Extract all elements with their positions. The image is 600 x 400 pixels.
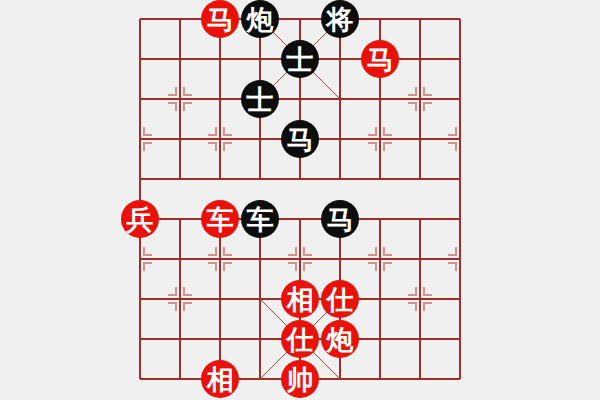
app-background: 马炮将士马士马兵车车马相仕仕炮相帅 [0, 0, 600, 400]
piece-black-chariot[interactable]: 车 [241, 200, 279, 238]
piece-red-chariot[interactable]: 车 [201, 200, 239, 238]
piece-black-horse[interactable]: 马 [321, 200, 359, 238]
piece-red-elephant[interactable]: 相 [281, 280, 319, 318]
piece-black-general[interactable]: 将 [321, 0, 359, 38]
piece-red-cannon[interactable]: 炮 [321, 320, 359, 358]
piece-red-advisor[interactable]: 仕 [281, 320, 319, 358]
piece-red-elephant[interactable]: 相 [201, 360, 239, 398]
xiangqi-board: 马炮将士马士马兵车车马相仕仕炮相帅 [120, 0, 480, 399]
piece-black-cannon[interactable]: 炮 [241, 0, 279, 38]
piece-red-horse[interactable]: 马 [361, 40, 399, 78]
piece-black-advisor[interactable]: 士 [281, 40, 319, 78]
piece-black-horse[interactable]: 马 [281, 120, 319, 158]
piece-red-king[interactable]: 帅 [281, 360, 319, 398]
piece-red-advisor[interactable]: 仕 [321, 280, 359, 318]
piece-red-soldier[interactable]: 兵 [121, 200, 159, 238]
piece-black-advisor[interactable]: 士 [241, 80, 279, 118]
pieces-layer: 马炮将士马士马兵车车马相仕仕炮相帅 [120, 0, 480, 399]
piece-red-horse[interactable]: 马 [201, 0, 239, 38]
